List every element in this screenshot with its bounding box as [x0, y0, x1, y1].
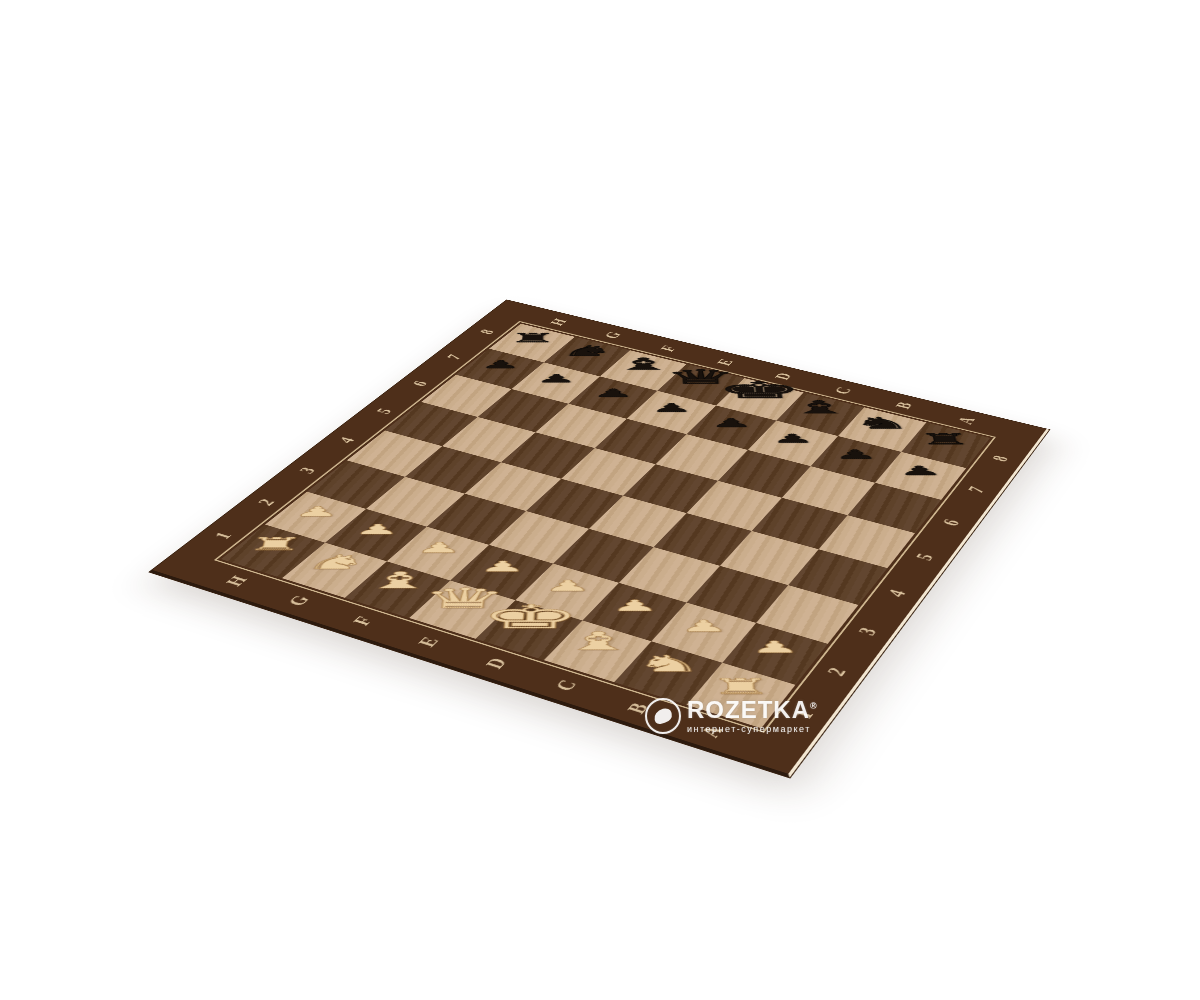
file-label-far-F: F	[658, 344, 679, 352]
rank-label-left-6: 6	[410, 379, 430, 387]
black-pawn-g7: ♟	[535, 373, 576, 384]
board-scene: HHGGFFEEDDCCBBAA8877665544332211 ♜♞♝♛♚♝♞…	[0, 0, 1200, 1000]
file-label-far-B: B	[892, 401, 914, 410]
board-squares	[221, 324, 990, 729]
black-knight-g8: ♞	[560, 343, 615, 357]
file-label-near-C: C	[552, 678, 580, 693]
rank-label-right-6: 6	[940, 517, 963, 527]
rozetka-watermark: ROZETKA® интернет-супермаркет	[645, 698, 818, 734]
rank-label-left-5: 5	[374, 407, 395, 415]
black-knight-b8: ♞	[851, 415, 912, 431]
black-rook-a8: ♜	[916, 431, 973, 446]
file-label-far-G: G	[601, 330, 623, 339]
chess-board: HHGGFFEEDDCCBBAA8877665544332211 ♜♞♝♛♚♝♞…	[150, 300, 1050, 778]
black-pawn-d7: ♟	[710, 417, 753, 429]
rank-label-left-3: 3	[297, 466, 319, 475]
rank-label-right-3: 3	[855, 625, 880, 636]
rank-label-left-7: 7	[444, 353, 464, 361]
black-pawn-b7: ♟	[833, 448, 879, 460]
rank-label-left-1: 1	[212, 530, 235, 540]
rank-label-right-2: 2	[824, 665, 849, 677]
rank-label-left-2: 2	[255, 497, 277, 506]
file-label-far-H: H	[547, 317, 569, 326]
black-rook-h8: ♜	[508, 331, 558, 344]
black-pawn-c7: ♟	[770, 432, 814, 444]
file-label-near-F: F	[349, 615, 375, 627]
file-label-far-A: A	[955, 415, 978, 425]
black-pawn-e7: ♟	[650, 402, 692, 414]
file-label-near-G: G	[285, 594, 313, 608]
watermark-tagline: интернет-супермаркет	[687, 724, 811, 734]
watermark-brand: ROZETKA®	[687, 698, 818, 722]
file-label-near-D: D	[482, 656, 510, 670]
file-label-near-H: H	[222, 574, 249, 587]
file-label-near-E: E	[415, 635, 442, 648]
rank-label-right-7: 7	[965, 485, 987, 494]
rank-label-left-4: 4	[336, 436, 357, 445]
rozetka-logo-icon	[645, 698, 681, 734]
rank-label-right-8: 8	[989, 454, 1011, 463]
rank-label-right-4: 4	[885, 588, 909, 599]
rank-label-right-5: 5	[913, 552, 936, 562]
product-photo: HHGGFFEEDDCCBBAA8877665544332211 ♜♞♝♛♚♝♞…	[0, 0, 1200, 1000]
black-bishop-c8: ♝	[786, 398, 852, 416]
black-pawn-h7: ♟	[480, 359, 521, 370]
file-label-far-C: C	[831, 386, 853, 396]
rank-label-left-8: 8	[477, 328, 497, 335]
black-pawn-a7: ♟	[896, 464, 943, 477]
registered-mark: ®	[810, 701, 818, 711]
black-pawn-f7: ♟	[592, 387, 633, 398]
